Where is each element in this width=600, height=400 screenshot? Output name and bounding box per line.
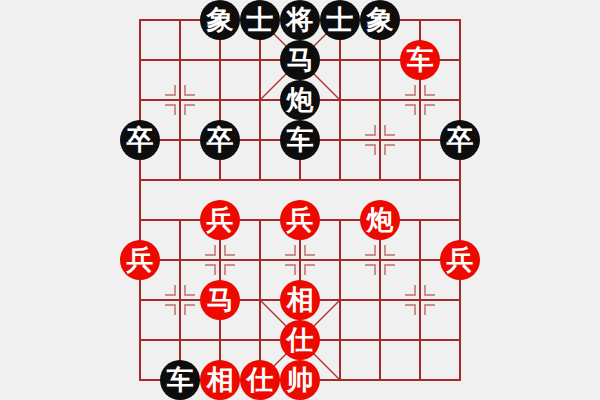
position-marker-corner <box>384 144 395 155</box>
position-marker-corner <box>165 85 176 96</box>
grid-line-vertical <box>339 219 341 381</box>
position-marker-corner <box>304 264 315 275</box>
position-marker-corner <box>405 304 416 315</box>
position-marker-corner <box>224 245 235 256</box>
grid-line-vertical <box>339 19 341 181</box>
piece-black-cannon[interactable]: 炮 <box>280 80 320 120</box>
position-marker-corner <box>405 285 416 296</box>
piece-red-general[interactable]: 帅 <box>280 360 320 400</box>
position-marker <box>165 285 195 315</box>
position-marker-corner <box>424 285 435 296</box>
piece-red-elephant[interactable]: 相 <box>200 360 240 400</box>
position-marker-corner <box>184 304 195 315</box>
grid-line-vertical <box>379 19 381 181</box>
piece-black-elephant[interactable]: 象 <box>360 0 400 40</box>
position-marker-corner <box>304 245 315 256</box>
piece-red-soldier[interactable]: 兵 <box>280 200 320 240</box>
position-marker-corner <box>184 285 195 296</box>
position-marker-corner <box>285 264 296 275</box>
position-marker <box>285 245 315 275</box>
piece-black-advisor[interactable]: 士 <box>320 0 360 40</box>
position-marker-corner <box>165 285 176 296</box>
piece-black-soldier[interactable]: 卒 <box>440 120 480 160</box>
piece-red-soldier[interactable]: 兵 <box>200 200 240 240</box>
xiangqi-board[interactable]: 象士将士象马车炮卒卒车卒兵兵炮兵兵马相仕车相仕帅 <box>0 0 600 400</box>
position-marker-corner <box>424 85 435 96</box>
position-marker-corner <box>224 264 235 275</box>
piece-red-cannon[interactable]: 炮 <box>360 200 400 240</box>
position-marker-corner <box>405 85 416 96</box>
piece-red-advisor[interactable]: 仕 <box>280 320 320 360</box>
position-marker-corner <box>184 85 195 96</box>
position-marker-corner <box>205 245 216 256</box>
piece-red-elephant[interactable]: 相 <box>280 280 320 320</box>
position-marker-corner <box>405 104 416 115</box>
position-marker <box>365 125 395 155</box>
piece-black-chariot[interactable]: 车 <box>280 120 320 160</box>
grid-line-vertical <box>459 19 461 381</box>
position-marker-corner <box>165 304 176 315</box>
position-marker-corner <box>365 125 376 136</box>
position-marker <box>205 245 235 275</box>
position-marker-corner <box>184 104 195 115</box>
grid-line-vertical <box>259 19 261 181</box>
position-marker <box>165 85 195 115</box>
piece-red-soldier[interactable]: 兵 <box>120 240 160 280</box>
position-marker-corner <box>384 245 395 256</box>
position-marker-corner <box>365 245 376 256</box>
position-marker-corner <box>365 144 376 155</box>
piece-black-soldier[interactable]: 卒 <box>200 120 240 160</box>
piece-red-soldier[interactable]: 兵 <box>440 240 480 280</box>
position-marker <box>405 85 435 115</box>
grid-line-vertical <box>139 19 141 381</box>
position-marker-corner <box>205 264 216 275</box>
position-marker-corner <box>285 245 296 256</box>
position-marker-corner <box>165 104 176 115</box>
position-marker <box>365 245 395 275</box>
piece-black-general[interactable]: 将 <box>280 0 320 40</box>
piece-black-soldier[interactable]: 卒 <box>120 120 160 160</box>
piece-black-elephant[interactable]: 象 <box>200 0 240 40</box>
position-marker-corner <box>365 264 376 275</box>
piece-red-chariot[interactable]: 车 <box>400 40 440 80</box>
piece-black-advisor[interactable]: 士 <box>240 0 280 40</box>
piece-black-chariot[interactable]: 车 <box>160 360 200 400</box>
position-marker-corner <box>384 264 395 275</box>
piece-red-advisor[interactable]: 仕 <box>240 360 280 400</box>
position-marker <box>405 285 435 315</box>
position-marker-corner <box>424 104 435 115</box>
position-marker-corner <box>384 125 395 136</box>
piece-red-horse[interactable]: 马 <box>200 280 240 320</box>
piece-black-horse[interactable]: 马 <box>280 40 320 80</box>
grid-line-vertical <box>259 219 261 381</box>
grid-line-vertical <box>379 219 381 381</box>
position-marker-corner <box>424 304 435 315</box>
